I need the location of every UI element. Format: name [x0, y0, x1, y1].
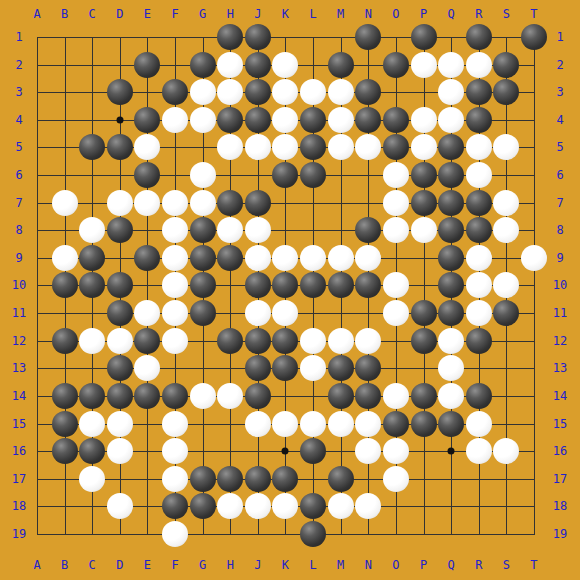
intersection-P6[interactable] [410, 161, 438, 189]
intersection-C14[interactable] [78, 382, 106, 410]
intersection-R15[interactable] [465, 410, 493, 438]
intersection-L14[interactable] [299, 382, 327, 410]
intersection-S4[interactable] [493, 106, 521, 134]
intersection-K6[interactable] [272, 161, 300, 189]
intersection-E5[interactable] [134, 134, 162, 162]
intersection-O17[interactable] [382, 465, 410, 493]
intersection-E4[interactable] [134, 106, 162, 134]
intersection-S5[interactable] [493, 134, 521, 162]
intersection-G5[interactable] [189, 134, 217, 162]
intersection-N12[interactable] [355, 327, 383, 355]
intersection-T1[interactable] [520, 23, 548, 51]
intersection-F11[interactable] [161, 299, 189, 327]
intersection-R12[interactable] [465, 327, 493, 355]
intersection-E13[interactable] [134, 355, 162, 383]
intersection-M15[interactable] [327, 410, 355, 438]
intersection-G10[interactable] [189, 272, 217, 300]
intersection-J11[interactable] [244, 299, 272, 327]
intersection-M16[interactable] [327, 437, 355, 465]
intersection-N18[interactable] [355, 493, 383, 521]
intersection-R1[interactable] [465, 23, 493, 51]
intersection-A1[interactable] [23, 23, 51, 51]
intersection-P18[interactable] [410, 493, 438, 521]
intersection-O11[interactable] [382, 299, 410, 327]
intersection-L18[interactable] [299, 493, 327, 521]
intersection-E11[interactable] [134, 299, 162, 327]
intersection-G3[interactable] [189, 78, 217, 106]
intersection-O14[interactable] [382, 382, 410, 410]
intersection-J13[interactable] [244, 355, 272, 383]
intersection-M14[interactable] [327, 382, 355, 410]
intersection-S15[interactable] [493, 410, 521, 438]
intersection-T13[interactable] [520, 355, 548, 383]
intersection-N10[interactable] [355, 272, 383, 300]
intersection-N19[interactable] [355, 520, 383, 548]
intersection-P7[interactable] [410, 189, 438, 217]
intersection-S13[interactable] [493, 355, 521, 383]
intersection-O13[interactable] [382, 355, 410, 383]
intersection-B3[interactable] [51, 78, 79, 106]
intersection-O7[interactable] [382, 189, 410, 217]
intersection-H12[interactable] [216, 327, 244, 355]
intersection-J2[interactable] [244, 51, 272, 79]
intersection-R17[interactable] [465, 465, 493, 493]
intersection-K12[interactable] [272, 327, 300, 355]
intersection-P4[interactable] [410, 106, 438, 134]
intersection-M10[interactable] [327, 272, 355, 300]
intersection-N6[interactable] [355, 161, 383, 189]
intersection-O18[interactable] [382, 493, 410, 521]
intersection-F3[interactable] [161, 78, 189, 106]
intersection-T18[interactable] [520, 493, 548, 521]
intersection-P3[interactable] [410, 78, 438, 106]
intersection-S16[interactable] [493, 437, 521, 465]
intersection-R13[interactable] [465, 355, 493, 383]
intersection-F5[interactable] [161, 134, 189, 162]
intersection-P10[interactable] [410, 272, 438, 300]
intersection-P8[interactable] [410, 216, 438, 244]
intersection-D10[interactable] [106, 272, 134, 300]
intersection-H2[interactable] [216, 51, 244, 79]
intersection-N15[interactable] [355, 410, 383, 438]
intersection-Q10[interactable] [437, 272, 465, 300]
intersection-F19[interactable] [161, 520, 189, 548]
intersection-S6[interactable] [493, 161, 521, 189]
intersection-H3[interactable] [216, 78, 244, 106]
intersection-T10[interactable] [520, 272, 548, 300]
intersection-H6[interactable] [216, 161, 244, 189]
intersection-K17[interactable] [272, 465, 300, 493]
intersection-R2[interactable] [465, 51, 493, 79]
intersection-H1[interactable] [216, 23, 244, 51]
intersection-B7[interactable] [51, 189, 79, 217]
intersection-L1[interactable] [299, 23, 327, 51]
intersection-B17[interactable] [51, 465, 79, 493]
intersection-N13[interactable] [355, 355, 383, 383]
intersection-Q11[interactable] [437, 299, 465, 327]
intersection-K13[interactable] [272, 355, 300, 383]
intersection-P11[interactable] [410, 299, 438, 327]
intersection-F13[interactable] [161, 355, 189, 383]
intersection-R9[interactable] [465, 244, 493, 272]
intersection-T3[interactable] [520, 78, 548, 106]
intersection-K1[interactable] [272, 23, 300, 51]
intersection-E16[interactable] [134, 437, 162, 465]
intersection-Q19[interactable] [437, 520, 465, 548]
intersection-Q16[interactable] [437, 437, 465, 465]
intersection-B10[interactable] [51, 272, 79, 300]
intersection-A18[interactable] [23, 493, 51, 521]
intersection-E10[interactable] [134, 272, 162, 300]
intersection-F6[interactable] [161, 161, 189, 189]
intersection-E17[interactable] [134, 465, 162, 493]
intersection-C7[interactable] [78, 189, 106, 217]
intersection-C15[interactable] [78, 410, 106, 438]
intersection-C12[interactable] [78, 327, 106, 355]
intersection-K9[interactable] [272, 244, 300, 272]
intersection-P19[interactable] [410, 520, 438, 548]
intersection-J6[interactable] [244, 161, 272, 189]
intersection-R7[interactable] [465, 189, 493, 217]
intersection-F8[interactable] [161, 216, 189, 244]
intersection-H15[interactable] [216, 410, 244, 438]
intersection-C9[interactable] [78, 244, 106, 272]
intersection-R19[interactable] [465, 520, 493, 548]
intersection-E9[interactable] [134, 244, 162, 272]
intersection-A7[interactable] [23, 189, 51, 217]
intersection-Q17[interactable] [437, 465, 465, 493]
intersection-J9[interactable] [244, 244, 272, 272]
intersection-Q5[interactable] [437, 134, 465, 162]
intersection-T12[interactable] [520, 327, 548, 355]
intersection-M6[interactable] [327, 161, 355, 189]
intersection-D9[interactable] [106, 244, 134, 272]
intersection-D18[interactable] [106, 493, 134, 521]
intersection-N4[interactable] [355, 106, 383, 134]
intersection-C1[interactable] [78, 23, 106, 51]
intersection-K5[interactable] [272, 134, 300, 162]
intersection-S14[interactable] [493, 382, 521, 410]
intersection-D8[interactable] [106, 216, 134, 244]
intersection-T2[interactable] [520, 51, 548, 79]
intersection-E8[interactable] [134, 216, 162, 244]
intersection-J8[interactable] [244, 216, 272, 244]
intersection-C3[interactable] [78, 78, 106, 106]
intersection-D6[interactable] [106, 161, 134, 189]
intersection-G19[interactable] [189, 520, 217, 548]
intersection-J15[interactable] [244, 410, 272, 438]
intersection-D7[interactable] [106, 189, 134, 217]
intersection-M19[interactable] [327, 520, 355, 548]
intersection-B9[interactable] [51, 244, 79, 272]
intersection-L9[interactable] [299, 244, 327, 272]
intersection-S11[interactable] [493, 299, 521, 327]
intersection-R3[interactable] [465, 78, 493, 106]
intersection-A5[interactable] [23, 134, 51, 162]
intersection-S12[interactable] [493, 327, 521, 355]
intersection-C5[interactable] [78, 134, 106, 162]
intersection-N14[interactable] [355, 382, 383, 410]
intersection-H16[interactable] [216, 437, 244, 465]
intersection-H4[interactable] [216, 106, 244, 134]
intersection-D17[interactable] [106, 465, 134, 493]
intersection-Q8[interactable] [437, 216, 465, 244]
intersection-C18[interactable] [78, 493, 106, 521]
intersection-F2[interactable] [161, 51, 189, 79]
intersection-G1[interactable] [189, 23, 217, 51]
intersection-J17[interactable] [244, 465, 272, 493]
intersection-K18[interactable] [272, 493, 300, 521]
intersection-G12[interactable] [189, 327, 217, 355]
intersection-Q4[interactable] [437, 106, 465, 134]
intersection-J3[interactable] [244, 78, 272, 106]
intersection-M13[interactable] [327, 355, 355, 383]
intersection-C4[interactable] [78, 106, 106, 134]
intersection-A14[interactable] [23, 382, 51, 410]
intersection-T8[interactable] [520, 216, 548, 244]
intersection-G9[interactable] [189, 244, 217, 272]
intersection-E1[interactable] [134, 23, 162, 51]
intersection-C19[interactable] [78, 520, 106, 548]
intersection-O1[interactable] [382, 23, 410, 51]
intersection-L10[interactable] [299, 272, 327, 300]
intersection-T19[interactable] [520, 520, 548, 548]
intersection-O19[interactable] [382, 520, 410, 548]
intersection-L13[interactable] [299, 355, 327, 383]
intersection-K15[interactable] [272, 410, 300, 438]
intersection-G13[interactable] [189, 355, 217, 383]
intersection-K7[interactable] [272, 189, 300, 217]
intersection-A11[interactable] [23, 299, 51, 327]
intersection-B5[interactable] [51, 134, 79, 162]
intersection-H13[interactable] [216, 355, 244, 383]
intersection-L17[interactable] [299, 465, 327, 493]
intersection-T15[interactable] [520, 410, 548, 438]
intersection-S19[interactable] [493, 520, 521, 548]
intersection-B1[interactable] [51, 23, 79, 51]
intersection-D15[interactable] [106, 410, 134, 438]
intersection-R5[interactable] [465, 134, 493, 162]
intersection-L7[interactable] [299, 189, 327, 217]
intersection-C6[interactable] [78, 161, 106, 189]
intersection-F14[interactable] [161, 382, 189, 410]
intersection-H11[interactable] [216, 299, 244, 327]
intersection-Q18[interactable] [437, 493, 465, 521]
intersection-D2[interactable] [106, 51, 134, 79]
intersection-N8[interactable] [355, 216, 383, 244]
intersection-Q2[interactable] [437, 51, 465, 79]
intersection-Q1[interactable] [437, 23, 465, 51]
intersection-A13[interactable] [23, 355, 51, 383]
intersection-J14[interactable] [244, 382, 272, 410]
intersection-K10[interactable] [272, 272, 300, 300]
intersection-B13[interactable] [51, 355, 79, 383]
intersection-R16[interactable] [465, 437, 493, 465]
intersection-G18[interactable] [189, 493, 217, 521]
intersection-T6[interactable] [520, 161, 548, 189]
intersection-L4[interactable] [299, 106, 327, 134]
intersection-B12[interactable] [51, 327, 79, 355]
intersection-M12[interactable] [327, 327, 355, 355]
intersection-L11[interactable] [299, 299, 327, 327]
intersection-S9[interactable] [493, 244, 521, 272]
intersection-M8[interactable] [327, 216, 355, 244]
intersection-H7[interactable] [216, 189, 244, 217]
intersection-P13[interactable] [410, 355, 438, 383]
intersection-Q13[interactable] [437, 355, 465, 383]
intersection-T17[interactable] [520, 465, 548, 493]
intersection-C13[interactable] [78, 355, 106, 383]
intersection-R11[interactable] [465, 299, 493, 327]
intersection-B4[interactable] [51, 106, 79, 134]
intersection-B15[interactable] [51, 410, 79, 438]
intersection-P15[interactable] [410, 410, 438, 438]
intersection-A3[interactable] [23, 78, 51, 106]
intersection-Q15[interactable] [437, 410, 465, 438]
intersection-H9[interactable] [216, 244, 244, 272]
intersection-L6[interactable] [299, 161, 327, 189]
intersection-S8[interactable] [493, 216, 521, 244]
intersection-F7[interactable] [161, 189, 189, 217]
intersection-L8[interactable] [299, 216, 327, 244]
intersection-B2[interactable] [51, 51, 79, 79]
intersection-S7[interactable] [493, 189, 521, 217]
intersection-N5[interactable] [355, 134, 383, 162]
intersection-O8[interactable] [382, 216, 410, 244]
intersection-L12[interactable] [299, 327, 327, 355]
intersection-J12[interactable] [244, 327, 272, 355]
intersection-D16[interactable] [106, 437, 134, 465]
intersection-E2[interactable] [134, 51, 162, 79]
intersection-J10[interactable] [244, 272, 272, 300]
intersection-A2[interactable] [23, 51, 51, 79]
intersection-A19[interactable] [23, 520, 51, 548]
intersection-B8[interactable] [51, 216, 79, 244]
intersection-J19[interactable] [244, 520, 272, 548]
intersection-O3[interactable] [382, 78, 410, 106]
intersection-D1[interactable] [106, 23, 134, 51]
intersection-M4[interactable] [327, 106, 355, 134]
intersection-D13[interactable] [106, 355, 134, 383]
intersection-A15[interactable] [23, 410, 51, 438]
intersection-M11[interactable] [327, 299, 355, 327]
intersection-R6[interactable] [465, 161, 493, 189]
intersection-S3[interactable] [493, 78, 521, 106]
intersection-E14[interactable] [134, 382, 162, 410]
intersection-D19[interactable] [106, 520, 134, 548]
intersection-F16[interactable] [161, 437, 189, 465]
intersection-K19[interactable] [272, 520, 300, 548]
intersection-K4[interactable] [272, 106, 300, 134]
intersection-A10[interactable] [23, 272, 51, 300]
intersection-A12[interactable] [23, 327, 51, 355]
intersection-F10[interactable] [161, 272, 189, 300]
intersection-P1[interactable] [410, 23, 438, 51]
intersection-G4[interactable] [189, 106, 217, 134]
intersection-L3[interactable] [299, 78, 327, 106]
intersection-N1[interactable] [355, 23, 383, 51]
intersection-K8[interactable] [272, 216, 300, 244]
intersection-P5[interactable] [410, 134, 438, 162]
intersection-B11[interactable] [51, 299, 79, 327]
intersection-G15[interactable] [189, 410, 217, 438]
intersection-P17[interactable] [410, 465, 438, 493]
intersection-D3[interactable] [106, 78, 134, 106]
intersection-N7[interactable] [355, 189, 383, 217]
intersection-R4[interactable] [465, 106, 493, 134]
intersection-R14[interactable] [465, 382, 493, 410]
intersection-K3[interactable] [272, 78, 300, 106]
intersection-N16[interactable] [355, 437, 383, 465]
intersection-S18[interactable] [493, 493, 521, 521]
intersection-D14[interactable] [106, 382, 134, 410]
intersection-C16[interactable] [78, 437, 106, 465]
intersection-J4[interactable] [244, 106, 272, 134]
intersection-B6[interactable] [51, 161, 79, 189]
intersection-R8[interactable] [465, 216, 493, 244]
intersection-F18[interactable] [161, 493, 189, 521]
intersection-D4[interactable] [106, 106, 134, 134]
intersection-L2[interactable] [299, 51, 327, 79]
intersection-F12[interactable] [161, 327, 189, 355]
intersection-K2[interactable] [272, 51, 300, 79]
intersection-C2[interactable] [78, 51, 106, 79]
intersection-N2[interactable] [355, 51, 383, 79]
intersection-N9[interactable] [355, 244, 383, 272]
intersection-E7[interactable] [134, 189, 162, 217]
intersection-M1[interactable] [327, 23, 355, 51]
intersection-Q12[interactable] [437, 327, 465, 355]
intersection-L16[interactable] [299, 437, 327, 465]
intersection-L19[interactable] [299, 520, 327, 548]
intersection-B18[interactable] [51, 493, 79, 521]
intersection-H17[interactable] [216, 465, 244, 493]
intersection-G8[interactable] [189, 216, 217, 244]
intersection-O16[interactable] [382, 437, 410, 465]
intersection-D5[interactable] [106, 134, 134, 162]
intersection-T14[interactable] [520, 382, 548, 410]
intersection-N17[interactable] [355, 465, 383, 493]
intersection-K14[interactable] [272, 382, 300, 410]
intersection-G2[interactable] [189, 51, 217, 79]
intersection-B19[interactable] [51, 520, 79, 548]
intersection-T5[interactable] [520, 134, 548, 162]
intersection-Q3[interactable] [437, 78, 465, 106]
intersection-C10[interactable] [78, 272, 106, 300]
intersection-O9[interactable] [382, 244, 410, 272]
intersection-S2[interactable] [493, 51, 521, 79]
intersection-N11[interactable] [355, 299, 383, 327]
intersection-E19[interactable] [134, 520, 162, 548]
intersection-H14[interactable] [216, 382, 244, 410]
intersection-T7[interactable] [520, 189, 548, 217]
intersection-H10[interactable] [216, 272, 244, 300]
intersection-K16[interactable] [272, 437, 300, 465]
intersection-L5[interactable] [299, 134, 327, 162]
intersection-J7[interactable] [244, 189, 272, 217]
intersection-E6[interactable] [134, 161, 162, 189]
intersection-H5[interactable] [216, 134, 244, 162]
intersection-O2[interactable] [382, 51, 410, 79]
intersection-M7[interactable] [327, 189, 355, 217]
intersection-O10[interactable] [382, 272, 410, 300]
intersection-R10[interactable] [465, 272, 493, 300]
intersection-T11[interactable] [520, 299, 548, 327]
intersection-F17[interactable] [161, 465, 189, 493]
intersection-H19[interactable] [216, 520, 244, 548]
intersection-A4[interactable] [23, 106, 51, 134]
intersection-J1[interactable] [244, 23, 272, 51]
